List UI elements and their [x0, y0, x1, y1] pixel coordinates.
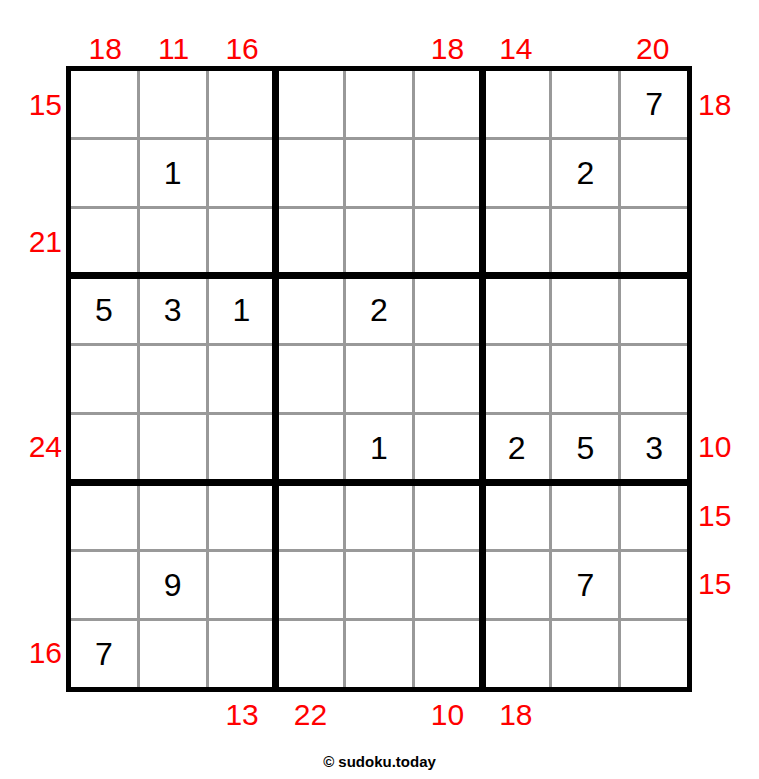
- cell-r3c6[interactable]: [415, 209, 481, 275]
- cell-r5c2[interactable]: [140, 346, 206, 412]
- cell-r3c3[interactable]: [209, 209, 275, 275]
- cell-r1c6[interactable]: [415, 71, 481, 137]
- clue-top-8: [550, 32, 618, 66]
- cell-r8c2: 9: [140, 552, 206, 618]
- cell-r1c2[interactable]: [140, 71, 206, 137]
- box-separator-horizontal-2: [71, 479, 687, 486]
- cell-r4c7[interactable]: [484, 277, 550, 343]
- cell-r5c4[interactable]: [277, 346, 343, 412]
- sudoku-board: 71253121253977: [66, 66, 692, 692]
- clue-bottom-9: [619, 697, 687, 733]
- cell-r2c8: 2: [552, 140, 618, 206]
- cell-r9c7[interactable]: [484, 621, 550, 687]
- cell-r9c1: 7: [71, 621, 137, 687]
- clue-left-6: 24: [16, 413, 64, 481]
- cell-r1c7[interactable]: [484, 71, 550, 137]
- cell-r1c9: 7: [621, 71, 687, 137]
- cell-r1c4[interactable]: [277, 71, 343, 137]
- clue-bottom-7: 18: [482, 697, 550, 733]
- clue-left-9: 16: [16, 619, 64, 687]
- top-clues: 181116181420: [71, 32, 687, 66]
- cell-r4c1: 5: [71, 277, 137, 343]
- clue-bottom-6: 10: [413, 697, 481, 733]
- cell-r9c6[interactable]: [415, 621, 481, 687]
- cell-r2c7[interactable]: [484, 140, 550, 206]
- cell-r8c5[interactable]: [346, 552, 412, 618]
- puzzle-page: 181116181420 15212416 18101515 13221018 …: [0, 0, 759, 779]
- cell-r2c1[interactable]: [71, 140, 137, 206]
- left-clues: 15212416: [16, 71, 64, 687]
- clue-left-5: [16, 345, 64, 413]
- cell-r7c6[interactable]: [415, 484, 481, 550]
- cell-r9c5[interactable]: [346, 621, 412, 687]
- cell-r3c8[interactable]: [552, 209, 618, 275]
- cell-r3c7[interactable]: [484, 209, 550, 275]
- cell-r5c1[interactable]: [71, 346, 137, 412]
- cell-r6c4[interactable]: [277, 415, 343, 481]
- cell-r5c5[interactable]: [346, 346, 412, 412]
- clue-right-8: 15: [695, 550, 747, 618]
- right-clues: 18101515: [695, 71, 747, 687]
- clue-right-2: [695, 139, 747, 207]
- clue-left-2: [16, 139, 64, 207]
- cell-r7c9[interactable]: [621, 484, 687, 550]
- clue-right-9: [695, 619, 747, 687]
- cell-r1c8[interactable]: [552, 71, 618, 137]
- cell-r2c2: 1: [140, 140, 206, 206]
- cell-r9c4[interactable]: [277, 621, 343, 687]
- cell-r5c3[interactable]: [209, 346, 275, 412]
- clue-bottom-1: [71, 697, 139, 733]
- clue-right-7: 15: [695, 482, 747, 550]
- cell-r4c9[interactable]: [621, 277, 687, 343]
- cell-r6c6[interactable]: [415, 415, 481, 481]
- clue-bottom-8: [550, 697, 618, 733]
- cell-r6c2[interactable]: [140, 415, 206, 481]
- clue-right-6: 10: [695, 413, 747, 481]
- cell-r6c5: 1: [346, 415, 412, 481]
- cell-r8c9[interactable]: [621, 552, 687, 618]
- cell-r4c6[interactable]: [415, 277, 481, 343]
- cell-r2c6[interactable]: [415, 140, 481, 206]
- cell-r7c8[interactable]: [552, 484, 618, 550]
- cell-r6c1[interactable]: [71, 415, 137, 481]
- cell-r9c2[interactable]: [140, 621, 206, 687]
- cell-r2c5[interactable]: [346, 140, 412, 206]
- cell-r6c3[interactable]: [209, 415, 275, 481]
- cell-r4c4[interactable]: [277, 277, 343, 343]
- clue-bottom-2: [139, 697, 207, 733]
- cell-r2c4[interactable]: [277, 140, 343, 206]
- clue-right-3: [695, 208, 747, 276]
- cell-r5c6[interactable]: [415, 346, 481, 412]
- cell-r8c7[interactable]: [484, 552, 550, 618]
- clue-left-4: [16, 276, 64, 344]
- clue-left-7: [16, 482, 64, 550]
- cell-r7c2[interactable]: [140, 484, 206, 550]
- cell-r3c1[interactable]: [71, 209, 137, 275]
- box-separator-vertical-1: [272, 71, 279, 687]
- cell-r8c3[interactable]: [209, 552, 275, 618]
- cell-r3c4[interactable]: [277, 209, 343, 275]
- cell-r7c7[interactable]: [484, 484, 550, 550]
- cell-r5c8[interactable]: [552, 346, 618, 412]
- cell-r4c5: 2: [346, 277, 412, 343]
- clue-top-7: 14: [482, 32, 550, 66]
- cell-r7c4[interactable]: [277, 484, 343, 550]
- cell-r6c8: 5: [552, 415, 618, 481]
- clue-left-1: 15: [16, 71, 64, 139]
- cell-r6c7: 2: [484, 415, 550, 481]
- cell-r3c9[interactable]: [621, 209, 687, 275]
- clue-bottom-4: 22: [276, 697, 344, 733]
- clue-bottom-5: [345, 697, 413, 733]
- clue-right-5: [695, 345, 747, 413]
- box-separator-vertical-2: [479, 71, 486, 687]
- bottom-clues: 13221018: [71, 697, 687, 733]
- cell-r1c1[interactable]: [71, 71, 137, 137]
- clue-top-9: 20: [619, 32, 687, 66]
- cell-r4c3: 1: [209, 277, 275, 343]
- clue-right-1: 18: [695, 71, 747, 139]
- clue-top-5: [345, 32, 413, 66]
- clue-top-2: 11: [139, 32, 207, 66]
- cell-r1c5[interactable]: [346, 71, 412, 137]
- cell-r4c8[interactable]: [552, 277, 618, 343]
- cell-r8c4[interactable]: [277, 552, 343, 618]
- clue-bottom-3: 13: [208, 697, 276, 733]
- cell-r1c3[interactable]: [209, 71, 275, 137]
- cell-r7c3[interactable]: [209, 484, 275, 550]
- cell-r8c8: 7: [552, 552, 618, 618]
- cell-r2c9[interactable]: [621, 140, 687, 206]
- cell-r5c9[interactable]: [621, 346, 687, 412]
- cell-r8c1[interactable]: [71, 552, 137, 618]
- box-separator-horizontal-1: [71, 272, 687, 279]
- cell-r9c9[interactable]: [621, 621, 687, 687]
- clue-top-3: 16: [208, 32, 276, 66]
- cell-r2c3[interactable]: [209, 140, 275, 206]
- cell-r4c2: 3: [140, 277, 206, 343]
- cell-r9c8[interactable]: [552, 621, 618, 687]
- copyright-text: © sudoku.today: [0, 753, 759, 770]
- cell-r5c7[interactable]: [484, 346, 550, 412]
- cell-r3c5[interactable]: [346, 209, 412, 275]
- clue-top-4: [276, 32, 344, 66]
- clue-top-6: 18: [413, 32, 481, 66]
- clue-left-3: 21: [16, 208, 64, 276]
- cell-r7c1[interactable]: [71, 484, 137, 550]
- clue-right-4: [695, 276, 747, 344]
- cell-r9c3[interactable]: [209, 621, 275, 687]
- cell-r6c9: 3: [621, 415, 687, 481]
- clue-top-1: 18: [71, 32, 139, 66]
- cell-r8c6[interactable]: [415, 552, 481, 618]
- cell-r3c2[interactable]: [140, 209, 206, 275]
- cell-r7c5[interactable]: [346, 484, 412, 550]
- clue-left-8: [16, 550, 64, 618]
